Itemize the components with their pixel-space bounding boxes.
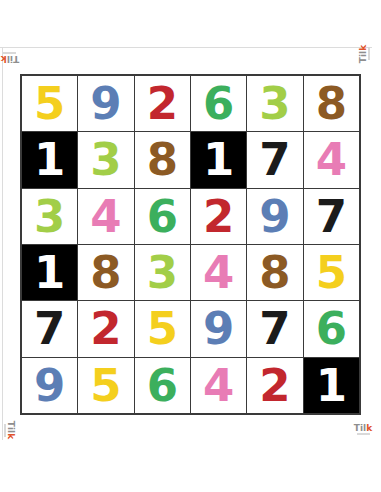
- grid-cell-r4c2[interactable]: 8: [78, 245, 133, 300]
- grid-cell-r4c1[interactable]: 1: [22, 245, 77, 300]
- brand-logo-bottom-left: Tilk: [3, 421, 15, 439]
- grid-cell-r6c1[interactable]: 9: [22, 358, 77, 413]
- grid-cell-r5c3[interactable]: 5: [135, 301, 190, 356]
- grid-cell-r6c5[interactable]: 2: [247, 358, 302, 413]
- grid-cell-r6c6[interactable]: 1: [304, 358, 359, 413]
- brand-logo-text: Tilk: [1, 55, 19, 63]
- grid-cell-r6c3[interactable]: 6: [135, 358, 190, 413]
- puzzle-page: { "game": "hitori-style 6x6 number grid …: [0, 0, 381, 492]
- grid-cell-r5c6[interactable]: 6: [304, 301, 359, 356]
- grid-cell-r6c4[interactable]: 4: [191, 358, 246, 413]
- brand-logo-tagline: [4, 424, 6, 437]
- grid-cell-r3c4[interactable]: 2: [191, 189, 246, 244]
- grid-cell-r2c6[interactable]: 4: [304, 132, 359, 187]
- grid-cell-r1c3[interactable]: 2: [135, 76, 190, 131]
- grid-cell-r3c2[interactable]: 4: [78, 189, 133, 244]
- brand-logo-tagline: [368, 48, 370, 61]
- grid-cell-r5c1[interactable]: 7: [22, 301, 77, 356]
- page-crop-line-top: [0, 47, 372, 48]
- grid-cell-r5c2[interactable]: 2: [78, 301, 133, 356]
- grid-cell-r2c4[interactable]: 1: [191, 132, 246, 187]
- page-crop-line-left: [2, 47, 3, 440]
- grid-cell-r2c5[interactable]: 7: [247, 132, 302, 187]
- brand-logo-text: Tilk: [7, 421, 15, 439]
- grid-cell-r1c1[interactable]: 5: [22, 76, 77, 131]
- brand-logo-bottom-right: Tilk: [354, 424, 372, 436]
- grid-cell-r3c6[interactable]: 7: [304, 189, 359, 244]
- grid-cell-r1c6[interactable]: 8: [304, 76, 359, 131]
- grid-cell-r5c4[interactable]: 9: [191, 301, 246, 356]
- grid-cell-r5c5[interactable]: 7: [247, 301, 302, 356]
- grid-cell-r3c5[interactable]: 9: [247, 189, 302, 244]
- puzzle-grid: 592638138174346297183485725976956421: [20, 74, 361, 415]
- grid-cell-r1c4[interactable]: 6: [191, 76, 246, 131]
- grid-cell-r2c3[interactable]: 8: [135, 132, 190, 187]
- brand-logo-top-right: Tilk: [359, 45, 371, 63]
- grid-cell-r4c3[interactable]: 3: [135, 245, 190, 300]
- grid-cell-r1c5[interactable]: 3: [247, 76, 302, 131]
- grid-cell-r4c6[interactable]: 5: [304, 245, 359, 300]
- grid-cell-r2c1[interactable]: 1: [22, 132, 77, 187]
- grid-cell-r1c2[interactable]: 9: [78, 76, 133, 131]
- grid-cell-r3c3[interactable]: 6: [135, 189, 190, 244]
- grid-cell-r2c2[interactable]: 3: [78, 132, 133, 187]
- grid-cell-r3c1[interactable]: 3: [22, 189, 77, 244]
- brand-logo-text: Tilk: [359, 45, 367, 63]
- grid-cell-r6c2[interactable]: 5: [78, 358, 133, 413]
- brand-logo-top-left: Tilk: [1, 51, 19, 63]
- brand-logo-tagline: [4, 52, 17, 54]
- brand-logo-text: Tilk: [354, 424, 372, 432]
- grid-cell-r4c4[interactable]: 4: [191, 245, 246, 300]
- grid-cell-r4c5[interactable]: 8: [247, 245, 302, 300]
- brand-logo-tagline: [357, 433, 370, 435]
